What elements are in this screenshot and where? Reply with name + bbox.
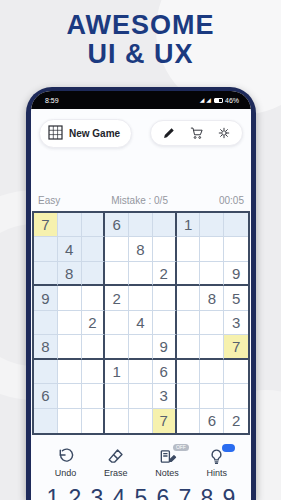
sudoku-cell[interactable] xyxy=(177,335,201,359)
sudoku-cell[interactable]: 9 xyxy=(153,335,177,359)
notes-label: Notes xyxy=(155,468,179,478)
sudoku-cell[interactable] xyxy=(82,286,106,310)
sudoku-cell[interactable] xyxy=(177,237,201,261)
sudoku-cell[interactable] xyxy=(58,335,82,359)
undo-button[interactable]: Undo xyxy=(55,447,77,478)
sudoku-cell[interactable] xyxy=(200,262,224,286)
number-pad: 123456789 xyxy=(31,485,251,500)
sudoku-cell[interactable] xyxy=(34,237,58,261)
sudoku-cell[interactable] xyxy=(177,360,201,384)
numpad-key[interactable]: 6 xyxy=(153,485,173,500)
sudoku-cell[interactable]: 8 xyxy=(34,335,58,359)
numpad-key[interactable]: 3 xyxy=(87,485,107,500)
difficulty-label: Easy xyxy=(38,195,60,206)
top-toolbar: New Game xyxy=(31,118,251,148)
brush-icon[interactable] xyxy=(162,126,176,140)
sudoku-cell[interactable] xyxy=(200,311,224,335)
sudoku-cell[interactable]: 3 xyxy=(153,384,177,408)
sudoku-cell[interactable] xyxy=(129,262,153,286)
erase-button[interactable]: Erase xyxy=(104,447,128,478)
sudoku-cell[interactable] xyxy=(177,311,201,335)
sudoku-cell[interactable]: 4 xyxy=(58,237,82,261)
sudoku-cell[interactable] xyxy=(153,237,177,261)
sudoku-cell[interactable]: 6 xyxy=(105,213,129,237)
sudoku-cell[interactable]: 7 xyxy=(224,335,248,359)
battery-icon xyxy=(214,98,223,103)
notes-button[interactable]: OFF Notes xyxy=(155,447,179,478)
sudoku-cell[interactable]: 2 xyxy=(82,311,106,335)
sudoku-cell[interactable]: 9 xyxy=(224,262,248,286)
action-bar: Undo Erase OFF xyxy=(31,447,251,483)
sudoku-cell[interactable] xyxy=(58,286,82,310)
sudoku-cell[interactable] xyxy=(82,335,106,359)
toolbar-icon-group xyxy=(150,120,243,146)
sudoku-cell[interactable] xyxy=(58,311,82,335)
phone-mockup: 8:59 ◢ ◢ 46% New Game xyxy=(26,87,256,500)
numpad-key[interactable]: 8 xyxy=(197,485,217,500)
sudoku-cell[interactable] xyxy=(177,384,201,408)
sudoku-cell[interactable] xyxy=(105,237,129,261)
sudoku-cell[interactable] xyxy=(200,335,224,359)
sudoku-cell[interactable] xyxy=(200,237,224,261)
timer-label: 00:05 xyxy=(219,195,244,206)
sudoku-cell[interactable]: 2 xyxy=(224,409,248,433)
sudoku-cell[interactable] xyxy=(129,335,153,359)
battery-percent: 46% xyxy=(225,97,239,104)
gear-icon[interactable] xyxy=(217,126,231,140)
sudoku-cell[interactable] xyxy=(153,286,177,310)
sudoku-cell[interactable]: 9 xyxy=(34,286,58,310)
sudoku-cell[interactable]: 5 xyxy=(224,286,248,310)
notes-badge: OFF xyxy=(173,444,189,451)
sudoku-cell[interactable] xyxy=(105,262,129,286)
status-time: 8:59 xyxy=(45,97,59,104)
sudoku-cell[interactable] xyxy=(82,409,106,433)
sudoku-cell[interactable] xyxy=(58,384,82,408)
sudoku-cell[interactable] xyxy=(129,360,153,384)
numpad-key[interactable]: 2 xyxy=(65,485,85,500)
sudoku-cell[interactable] xyxy=(34,360,58,384)
status-bar: 8:59 ◢ ◢ 46% xyxy=(31,91,251,109)
sudoku-cell[interactable]: 7 xyxy=(34,213,58,237)
sudoku-cell[interactable]: 7 xyxy=(153,409,177,433)
sudoku-cell[interactable] xyxy=(200,384,224,408)
sudoku-cell[interactable]: 6 xyxy=(153,360,177,384)
sudoku-cell[interactable] xyxy=(224,237,248,261)
sudoku-cell[interactable] xyxy=(129,286,153,310)
signal-icon: ◢ xyxy=(200,97,205,103)
numpad-key[interactable]: 4 xyxy=(109,485,129,500)
numpad-key[interactable]: 7 xyxy=(175,485,195,500)
game-info-bar: Easy Mistake : 0/5 00:05 xyxy=(31,193,251,207)
title-line-1: AWESOME xyxy=(0,11,281,40)
sudoku-cell[interactable]: 2 xyxy=(153,262,177,286)
sudoku-cell[interactable]: 6 xyxy=(34,384,58,408)
sudoku-cell[interactable] xyxy=(153,311,177,335)
sudoku-cell[interactable] xyxy=(224,213,248,237)
sudoku-cell[interactable] xyxy=(82,360,106,384)
sudoku-cell[interactable] xyxy=(105,409,129,433)
sudoku-cell[interactable] xyxy=(200,213,224,237)
numpad-key[interactable]: 1 xyxy=(43,485,63,500)
sudoku-board: 7614882992852438971663762 xyxy=(32,211,250,435)
sudoku-cell[interactable]: 8 xyxy=(200,286,224,310)
sudoku-cell[interactable] xyxy=(153,213,177,237)
numpad-key[interactable]: 5 xyxy=(131,485,151,500)
sudoku-cell[interactable] xyxy=(105,384,129,408)
new-game-label: New Game xyxy=(69,128,120,139)
sudoku-cell[interactable] xyxy=(82,237,106,261)
sudoku-grid-icon xyxy=(48,125,63,142)
phone-screen: 8:59 ◢ ◢ 46% New Game xyxy=(31,91,251,500)
sudoku-cell[interactable]: 1 xyxy=(105,360,129,384)
new-game-button[interactable]: New Game xyxy=(39,119,132,148)
sudoku-cell[interactable] xyxy=(177,262,201,286)
cart-icon[interactable] xyxy=(189,126,204,140)
sudoku-cell[interactable] xyxy=(82,384,106,408)
sudoku-cell[interactable] xyxy=(34,262,58,286)
title-line-2: UI & UX xyxy=(0,40,281,69)
sudoku-cell[interactable] xyxy=(82,262,106,286)
sudoku-cell[interactable]: 1 xyxy=(177,213,201,237)
sudoku-cell[interactable] xyxy=(177,409,201,433)
sudoku-cell[interactable] xyxy=(129,213,153,237)
sudoku-cell[interactable] xyxy=(129,409,153,433)
sudoku-cell[interactable] xyxy=(82,213,106,237)
sudoku-cell[interactable]: 2 xyxy=(105,286,129,310)
status-icons: ◢ ◢ 46% xyxy=(200,97,239,104)
sudoku-cell[interactable] xyxy=(177,286,201,310)
signal-icon: ◢ xyxy=(206,97,211,103)
sudoku-cell[interactable] xyxy=(105,311,129,335)
sudoku-cell[interactable] xyxy=(34,409,58,433)
sudoku-cell[interactable] xyxy=(105,335,129,359)
sudoku-cell[interactable]: 3 xyxy=(224,311,248,335)
sudoku-cell[interactable] xyxy=(224,360,248,384)
numpad-key[interactable]: 9 xyxy=(219,485,239,500)
page-title: AWESOME UI & UX xyxy=(0,0,281,69)
hints-label: Hints xyxy=(207,468,228,478)
sudoku-cell[interactable]: 4 xyxy=(129,311,153,335)
sudoku-cell[interactable] xyxy=(224,384,248,408)
sudoku-cell[interactable] xyxy=(34,311,58,335)
eraser-icon xyxy=(106,447,125,466)
undo-label: Undo xyxy=(55,468,77,478)
sudoku-cell[interactable]: 8 xyxy=(58,262,82,286)
sudoku-cell[interactable] xyxy=(58,360,82,384)
sudoku-cell[interactable] xyxy=(129,384,153,408)
hints-button[interactable]: Hints xyxy=(207,447,228,478)
sudoku-cell[interactable] xyxy=(200,360,224,384)
sudoku-cell[interactable] xyxy=(58,409,82,433)
hints-badge xyxy=(222,444,235,452)
sudoku-cell[interactable]: 8 xyxy=(129,237,153,261)
sudoku-cell[interactable] xyxy=(58,213,82,237)
sudoku-cell[interactable]: 6 xyxy=(200,409,224,433)
erase-label: Erase xyxy=(104,468,128,478)
undo-icon xyxy=(56,447,75,466)
mistakes-label: Mistake : 0/5 xyxy=(60,195,219,206)
